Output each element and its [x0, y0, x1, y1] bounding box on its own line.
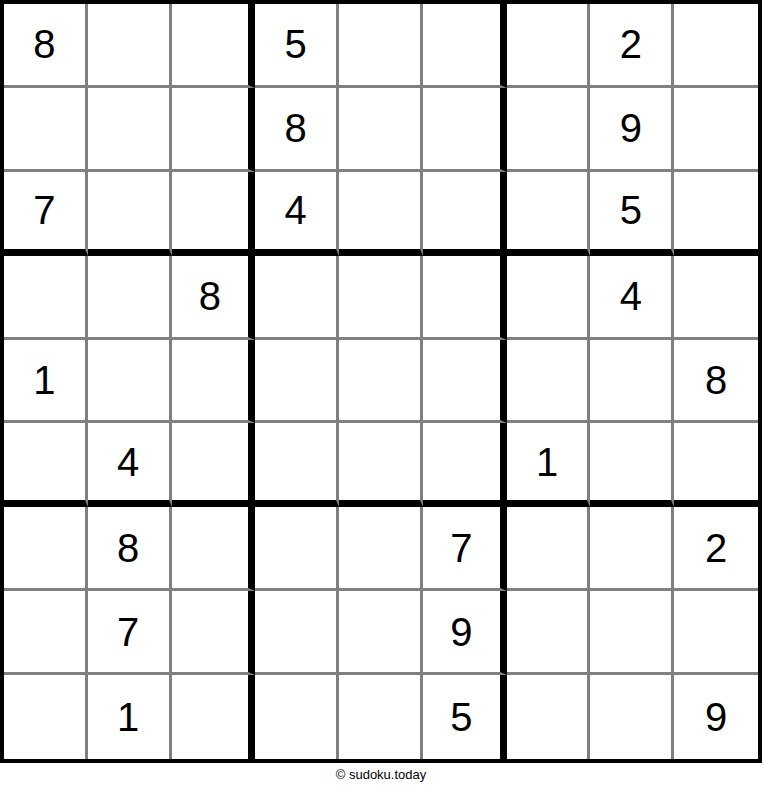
cell-r2c4[interactable]: 8	[255, 88, 339, 172]
cell-r7c7[interactable]	[507, 507, 591, 591]
cell-r1c3[interactable]	[172, 4, 256, 88]
cell-r5c6[interactable]	[423, 340, 507, 424]
cell-r9c3[interactable]	[172, 675, 256, 759]
cell-r8c7[interactable]	[507, 591, 591, 675]
cell-r3c6[interactable]	[423, 172, 507, 256]
cell-r1c7[interactable]	[507, 4, 591, 88]
cell-r4c4[interactable]	[255, 256, 339, 340]
footer-credit: © sudoku.today	[0, 763, 762, 785]
cell-r9c7[interactable]	[507, 675, 591, 759]
cell-r4c9[interactable]	[674, 256, 758, 340]
cell-r5c4[interactable]	[255, 340, 339, 424]
cell-r6c3[interactable]	[172, 423, 256, 507]
cell-r5c2[interactable]	[88, 340, 172, 424]
cell-r1c5[interactable]	[339, 4, 423, 88]
cell-r5c8[interactable]	[590, 340, 674, 424]
cell-r3c8[interactable]: 5	[590, 172, 674, 256]
cell-r2c5[interactable]	[339, 88, 423, 172]
cell-r6c5[interactable]	[339, 423, 423, 507]
cell-r9c6[interactable]: 5	[423, 675, 507, 759]
cell-r9c9[interactable]: 9	[674, 675, 758, 759]
cell-r9c1[interactable]	[4, 675, 88, 759]
cell-r2c9[interactable]	[674, 88, 758, 172]
cell-r9c4[interactable]	[255, 675, 339, 759]
cell-r6c2[interactable]: 4	[88, 423, 172, 507]
cell-r5c9[interactable]: 8	[674, 340, 758, 424]
cell-r6c8[interactable]	[590, 423, 674, 507]
cell-r1c9[interactable]	[674, 4, 758, 88]
cell-r6c4[interactable]	[255, 423, 339, 507]
cell-r4c6[interactable]	[423, 256, 507, 340]
cell-r9c8[interactable]	[590, 675, 674, 759]
cell-r7c6[interactable]: 7	[423, 507, 507, 591]
cell-r4c3[interactable]: 8	[172, 256, 256, 340]
cell-r8c2[interactable]: 7	[88, 591, 172, 675]
cell-r8c4[interactable]	[255, 591, 339, 675]
cell-r2c8[interactable]: 9	[590, 88, 674, 172]
cell-r3c7[interactable]	[507, 172, 591, 256]
cell-r7c8[interactable]	[590, 507, 674, 591]
cell-r7c1[interactable]	[4, 507, 88, 591]
cell-r3c2[interactable]	[88, 172, 172, 256]
cell-r6c6[interactable]	[423, 423, 507, 507]
cell-r9c2[interactable]: 1	[88, 675, 172, 759]
cell-r4c1[interactable]	[4, 256, 88, 340]
cell-r6c9[interactable]	[674, 423, 758, 507]
cell-r3c5[interactable]	[339, 172, 423, 256]
cell-r5c5[interactable]	[339, 340, 423, 424]
cell-r2c7[interactable]	[507, 88, 591, 172]
cell-r3c9[interactable]	[674, 172, 758, 256]
cell-r1c8[interactable]: 2	[590, 4, 674, 88]
cell-r2c1[interactable]	[4, 88, 88, 172]
cell-r8c6[interactable]: 9	[423, 591, 507, 675]
cell-r2c2[interactable]	[88, 88, 172, 172]
cell-r7c9[interactable]: 2	[674, 507, 758, 591]
cell-r4c2[interactable]	[88, 256, 172, 340]
cell-r5c3[interactable]	[172, 340, 256, 424]
cell-r7c3[interactable]	[172, 507, 256, 591]
cell-r8c8[interactable]	[590, 591, 674, 675]
cell-r5c1[interactable]: 1	[4, 340, 88, 424]
cell-r6c7[interactable]: 1	[507, 423, 591, 507]
cell-r7c4[interactable]	[255, 507, 339, 591]
cell-r3c4[interactable]: 4	[255, 172, 339, 256]
cell-r3c3[interactable]	[172, 172, 256, 256]
cell-r8c1[interactable]	[4, 591, 88, 675]
cell-r7c5[interactable]	[339, 507, 423, 591]
cell-r4c8[interactable]: 4	[590, 256, 674, 340]
sudoku-board: 8528974584184187279159	[0, 0, 762, 763]
cell-r2c3[interactable]	[172, 88, 256, 172]
cell-r1c6[interactable]	[423, 4, 507, 88]
cell-r1c1[interactable]: 8	[4, 4, 88, 88]
sudoku-page: 8528974584184187279159 © sudoku.today	[0, 0, 765, 785]
cell-r1c4[interactable]: 5	[255, 4, 339, 88]
cell-r5c7[interactable]	[507, 340, 591, 424]
cell-r7c2[interactable]: 8	[88, 507, 172, 591]
cell-r8c3[interactable]	[172, 591, 256, 675]
cell-r2c6[interactable]	[423, 88, 507, 172]
cell-r1c2[interactable]	[88, 4, 172, 88]
cell-r6c1[interactable]	[4, 423, 88, 507]
cell-r8c9[interactable]	[674, 591, 758, 675]
cell-r9c5[interactable]	[339, 675, 423, 759]
cell-r4c5[interactable]	[339, 256, 423, 340]
cell-r3c1[interactable]: 7	[4, 172, 88, 256]
cell-r4c7[interactable]	[507, 256, 591, 340]
cell-r8c5[interactable]	[339, 591, 423, 675]
